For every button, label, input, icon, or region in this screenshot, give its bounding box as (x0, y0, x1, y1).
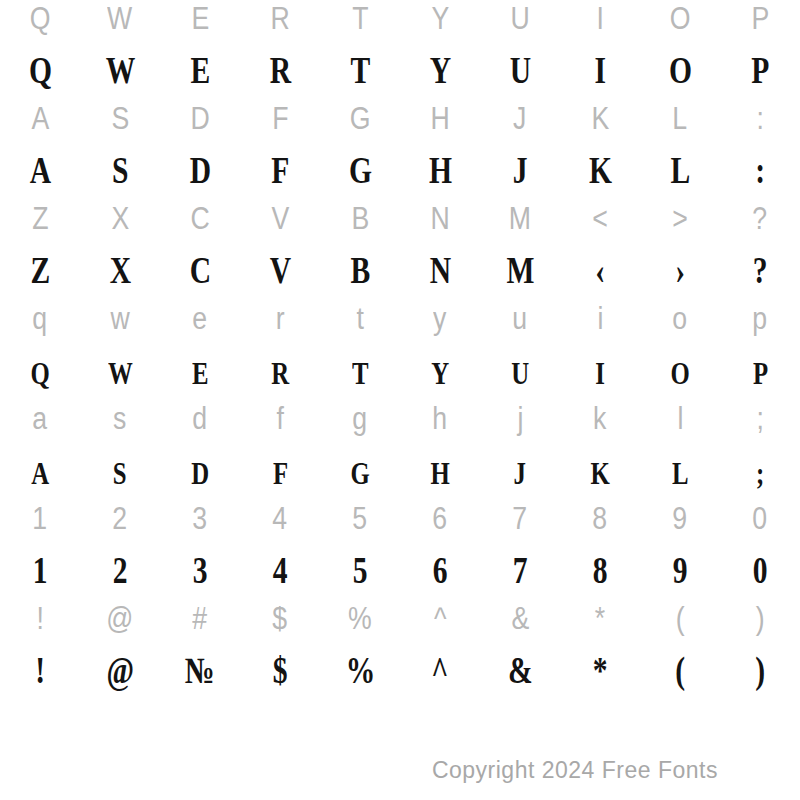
glyph-row-pair-2: ASDFGHJKL:ASDFGHJKL: (0, 100, 800, 200)
specimen-glyph: 9 (640, 540, 720, 600)
specimen-glyph-text: ; (756, 458, 764, 489)
reference-glyph-text: Y (431, 3, 449, 34)
specimen-glyph: 2 (80, 540, 160, 600)
reference-glyph: G (320, 100, 400, 137)
specimen-glyph: S (80, 443, 160, 503)
reference-glyph: s (80, 400, 160, 437)
specimen-glyph-text: % (345, 652, 375, 689)
reference-glyph-text: ) (756, 603, 765, 634)
reference-glyph: P (720, 0, 800, 37)
specimen-glyph: ‹ (560, 240, 640, 300)
reference-glyph-text: @ (106, 603, 133, 634)
reference-glyph-text: r (276, 303, 285, 334)
reference-glyph-text: 0 (753, 503, 768, 534)
glyph-row-pair-6: 12345678901234567890 (0, 500, 800, 600)
reference-glyph-text: 7 (513, 503, 528, 534)
specimen-glyph-text: G (348, 152, 371, 189)
glyph-row-pair-5: asdfghjkl;ASDFGHJKL; (0, 400, 800, 500)
specimen-glyph-text: 7 (513, 552, 528, 589)
reference-glyph-text: 6 (433, 503, 448, 534)
reference-glyph: & (480, 600, 560, 637)
specimen-glyph-text: L (670, 152, 690, 189)
reference-glyph-text: e (193, 303, 208, 334)
reference-glyph-text: H (430, 103, 449, 134)
reference-row: QWERTYUIOP (0, 0, 800, 37)
specimen-glyph: M (480, 240, 560, 300)
specimen-glyph: L (640, 443, 720, 503)
reference-glyph-text: X (111, 203, 129, 234)
reference-glyph: D (160, 100, 240, 137)
reference-glyph-text: l (677, 403, 683, 434)
specimen-glyph: F (240, 140, 320, 200)
reference-glyph: N (400, 200, 480, 237)
reference-glyph-text: j (517, 403, 523, 434)
specimen-glyph: L (640, 140, 720, 200)
reference-glyph: p (720, 300, 800, 337)
reference-glyph: l (640, 400, 720, 437)
specimen-glyph-text: Q (30, 358, 49, 389)
reference-glyph: ? (720, 200, 800, 237)
reference-glyph-text: & (511, 603, 529, 634)
specimen-glyph: R (240, 343, 320, 403)
reference-glyph: w (80, 300, 160, 337)
specimen-glyph: 7 (480, 540, 560, 600)
reference-glyph-text: O (670, 3, 691, 34)
reference-glyph: ; (720, 400, 800, 437)
reference-glyph-text: 9 (673, 503, 688, 534)
reference-glyph: y (400, 300, 480, 337)
reference-glyph-text: ! (36, 603, 43, 634)
specimen-glyph-text: O (668, 52, 691, 89)
specimen-glyph: N (400, 240, 480, 300)
specimen-glyph-text: F (272, 458, 287, 489)
reference-glyph-text: N (430, 203, 449, 234)
reference-glyph: 7 (480, 500, 560, 537)
specimen-glyph-text: : (755, 152, 765, 189)
specimen-glyph: $ (240, 640, 320, 700)
specimen-glyph-text: U (511, 358, 529, 389)
specimen-glyph: F (240, 443, 320, 503)
specimen-glyph-text: H (430, 458, 449, 489)
reference-glyph: * (560, 600, 640, 637)
reference-glyph: 5 (320, 500, 400, 537)
specimen-glyph: P (720, 343, 800, 403)
specimen-glyph: T (320, 343, 400, 403)
reference-glyph: 4 (240, 500, 320, 537)
specimen-glyph: P (720, 40, 800, 100)
specimen-glyph: ^ (400, 640, 480, 700)
specimen-glyph-text: Y (431, 358, 449, 389)
reference-glyph: O (640, 0, 720, 37)
reference-glyph-text: ; (756, 403, 763, 434)
reference-glyph-text: 4 (273, 503, 288, 534)
reference-glyph: i (560, 300, 640, 337)
specimen-glyph-text: ? (753, 252, 768, 289)
specimen-row: QWERTYUIOP (0, 40, 800, 100)
specimen-glyph: E (160, 40, 240, 100)
specimen-glyph-text: F (271, 152, 289, 189)
specimen-glyph: K (560, 443, 640, 503)
reference-glyph: : (720, 100, 800, 137)
glyph-row-pair-7: !@#$%^&*()!@№$%^&*() (0, 600, 800, 700)
reference-glyph: Q (0, 0, 80, 37)
specimen-glyph: & (480, 640, 560, 700)
reference-glyph: h (400, 400, 480, 437)
reference-glyph: < (560, 200, 640, 237)
reference-glyph-text: d (193, 403, 208, 434)
specimen-glyph-text: T (350, 52, 370, 89)
specimen-glyph-text: 9 (673, 552, 688, 589)
specimen-glyph: 4 (240, 540, 320, 600)
copyright-text: Copyright 2024 Free Fonts (432, 757, 718, 784)
reference-row: asdfghjkl; (0, 400, 800, 437)
reference-glyph: r (240, 300, 320, 337)
reference-glyph: g (320, 400, 400, 437)
specimen-glyph-text: * (593, 652, 608, 689)
specimen-glyph-text: & (508, 652, 533, 689)
specimen-glyph-text: A (29, 152, 50, 189)
specimen-glyph-text: X (109, 252, 130, 289)
reference-glyph-text: U (510, 3, 529, 34)
reference-glyph: 9 (640, 500, 720, 537)
reference-glyph-text: ^ (434, 603, 447, 634)
reference-glyph-text: M (509, 203, 531, 234)
specimen-glyph: 1 (0, 540, 80, 600)
reference-glyph: A (0, 100, 80, 137)
specimen-glyph: H (400, 140, 480, 200)
specimen-glyph: G (320, 140, 400, 200)
reference-glyph-text: 2 (113, 503, 128, 534)
specimen-glyph: 8 (560, 540, 640, 600)
specimen-glyph: O (640, 40, 720, 100)
reference-glyph: 6 (400, 500, 480, 537)
specimen-glyph: D (160, 443, 240, 503)
reference-glyph: o (640, 300, 720, 337)
specimen-glyph: * (560, 640, 640, 700)
reference-glyph-text: V (271, 203, 289, 234)
reference-glyph-text: u (513, 303, 528, 334)
specimen-row: !@№$%^&*() (0, 640, 800, 700)
specimen-glyph-text: J (514, 458, 526, 489)
reference-glyph-text: < (592, 203, 608, 234)
reference-glyph: q (0, 300, 80, 337)
specimen-glyph: 0 (720, 540, 800, 600)
reference-glyph: 3 (160, 500, 240, 537)
specimen-glyph: Q (0, 343, 80, 403)
specimen-glyph-text: H (428, 152, 451, 189)
specimen-glyph: № (160, 640, 240, 700)
reference-glyph-text: o (673, 303, 688, 334)
specimen-glyph: › (640, 240, 720, 300)
reference-glyph-text: g (353, 403, 368, 434)
reference-glyph-text: t (356, 303, 363, 334)
reference-glyph: f (240, 400, 320, 437)
reference-glyph-text: F (272, 103, 288, 134)
reference-glyph: u (480, 300, 560, 337)
specimen-glyph: 5 (320, 540, 400, 600)
reference-glyph-text: a (33, 403, 48, 434)
reference-glyph: Y (400, 0, 480, 37)
reference-glyph-text: Z (32, 203, 48, 234)
specimen-glyph-text: $ (273, 652, 288, 689)
specimen-glyph: : (720, 140, 800, 200)
specimen-glyph: ; (720, 443, 800, 503)
specimen-glyph: H (400, 443, 480, 503)
specimen-glyph-text: I (594, 52, 606, 89)
specimen-glyph: G (320, 443, 400, 503)
reference-glyph-text: f (276, 403, 283, 434)
specimen-row: ZXCVBNM‹›? (0, 240, 800, 300)
reference-glyph-text: P (751, 3, 769, 34)
specimen-glyph-text: V (269, 252, 290, 289)
specimen-glyph-text: N (429, 252, 450, 289)
specimen-glyph-text: S (113, 458, 127, 489)
specimen-glyph: T (320, 40, 400, 100)
specimen-glyph-text: A (31, 458, 49, 489)
reference-glyph-text: 3 (193, 503, 208, 534)
specimen-glyph: X (80, 240, 160, 300)
reference-glyph-text: B (351, 203, 369, 234)
reference-glyph: J (480, 100, 560, 137)
reference-glyph-text: 5 (353, 503, 368, 534)
reference-glyph-text: A (31, 103, 49, 134)
specimen-glyph-text: › (675, 252, 685, 289)
specimen-glyph-text: D (191, 458, 209, 489)
specimen-glyph: A (0, 443, 80, 503)
reference-glyph: B (320, 200, 400, 237)
specimen-glyph: K (560, 140, 640, 200)
reference-glyph: ^ (400, 600, 480, 637)
reference-glyph-text: K (591, 103, 609, 134)
reference-glyph: Z (0, 200, 80, 237)
specimen-glyph: C (160, 240, 240, 300)
reference-glyph-text: y (433, 303, 446, 334)
specimen-glyph-text: 4 (273, 552, 288, 589)
reference-glyph: L (640, 100, 720, 137)
specimen-glyph-text: L (672, 458, 689, 489)
reference-glyph: j (480, 400, 560, 437)
specimen-glyph-text: P (751, 52, 769, 89)
reference-row: qwertyuiop (0, 300, 800, 337)
reference-glyph: a (0, 400, 80, 437)
reference-glyph: V (240, 200, 320, 237)
specimen-glyph-text: W (105, 52, 135, 89)
specimen-glyph-text: Z (30, 252, 50, 289)
specimen-glyph: B (320, 240, 400, 300)
specimen-glyph-text: J (513, 152, 528, 189)
specimen-glyph: @ (80, 640, 160, 700)
specimen-glyph-text: R (269, 52, 290, 89)
reference-glyph: > (640, 200, 720, 237)
reference-glyph-text: w (110, 303, 129, 334)
glyph-grid: QWERTYUIOPQWERTYUIOPASDFGHJKL:ASDFGHJKL:… (0, 0, 800, 700)
reference-row: !@#$%^&*() (0, 600, 800, 637)
specimen-glyph: R (240, 40, 320, 100)
reference-glyph: 2 (80, 500, 160, 537)
specimen-glyph: U (480, 40, 560, 100)
specimen-glyph: S (80, 140, 160, 200)
reference-row: ZXCVBNM<>? (0, 200, 800, 237)
reference-glyph: U (480, 0, 560, 37)
specimen-glyph: ) (720, 640, 800, 700)
reference-glyph: R (240, 0, 320, 37)
reference-glyph: S (80, 100, 160, 137)
specimen-glyph-text: ‹ (595, 252, 605, 289)
glyph-row-pair-1: QWERTYUIOPQWERTYUIOP (0, 0, 800, 100)
specimen-glyph-text: 0 (753, 552, 768, 589)
specimen-glyph-text: № (185, 652, 215, 689)
specimen-glyph-text: P (752, 358, 767, 389)
reference-glyph: C (160, 200, 240, 237)
specimen-row: ASDFGHJKL; (0, 443, 800, 503)
specimen-glyph-text: ) (755, 652, 765, 689)
specimen-glyph-text: E (190, 52, 210, 89)
reference-glyph-text: G (350, 103, 371, 134)
reference-glyph-text: p (753, 303, 768, 334)
reference-glyph: d (160, 400, 240, 437)
specimen-glyph: O (640, 343, 720, 403)
specimen-glyph-text: ! (35, 652, 45, 689)
specimen-glyph-text: G (350, 458, 369, 489)
reference-glyph: X (80, 200, 160, 237)
reference-glyph-text: > (672, 203, 688, 234)
specimen-glyph-text: ( (675, 652, 685, 689)
reference-glyph-text: ? (753, 203, 768, 234)
specimen-glyph: D (160, 140, 240, 200)
specimen-glyph-text: T (352, 358, 369, 389)
specimen-glyph-text: W (108, 358, 133, 389)
specimen-glyph-text: U (509, 52, 530, 89)
specimen-glyph-text: 6 (433, 552, 448, 589)
specimen-glyph-text: ^ (431, 652, 448, 689)
specimen-glyph-text: 2 (113, 552, 128, 589)
reference-glyph-text: i (597, 303, 603, 334)
specimen-glyph-text: K (590, 458, 609, 489)
specimen-glyph-text: S (112, 152, 128, 189)
reference-glyph-text: C (190, 203, 209, 234)
specimen-glyph: I (560, 343, 640, 403)
reference-glyph-text: E (191, 3, 209, 34)
reference-glyph: M (480, 200, 560, 237)
specimen-glyph: ( (640, 640, 720, 700)
reference-glyph-text: T (352, 3, 368, 34)
reference-glyph-text: # (193, 603, 208, 634)
reference-glyph-text: I (596, 3, 603, 34)
reference-row: 1234567890 (0, 500, 800, 537)
specimen-glyph-text: 5 (353, 552, 368, 589)
specimen-glyph: Z (0, 240, 80, 300)
reference-glyph: ! (0, 600, 80, 637)
specimen-glyph-text: Q (28, 52, 51, 89)
reference-glyph: W (80, 0, 160, 37)
specimen-glyph: Y (400, 40, 480, 100)
specimen-glyph: W (80, 343, 160, 403)
specimen-row: QWERTYUIOP (0, 343, 800, 403)
reference-glyph: @ (80, 600, 160, 637)
reference-glyph-text: % (348, 603, 372, 634)
glyph-row-pair-4: qwertyuiopQWERTYUIOP (0, 300, 800, 400)
specimen-glyph-text: E (192, 358, 209, 389)
reference-glyph: 1 (0, 500, 80, 537)
specimen-glyph: W (80, 40, 160, 100)
specimen-glyph-text: K (588, 152, 611, 189)
specimen-glyph-text: B (350, 252, 370, 289)
reference-glyph: ) (720, 600, 800, 637)
reference-glyph-text: D (190, 103, 209, 134)
specimen-glyph: 3 (160, 540, 240, 600)
reference-glyph: 8 (560, 500, 640, 537)
specimen-glyph: Q (0, 40, 80, 100)
reference-glyph: T (320, 0, 400, 37)
reference-glyph: t (320, 300, 400, 337)
specimen-glyph: A (0, 140, 80, 200)
reference-glyph-text: s (113, 403, 126, 434)
specimen-row: 1234567890 (0, 540, 800, 600)
specimen-glyph: % (320, 640, 400, 700)
reference-glyph: E (160, 0, 240, 37)
specimen-glyph: ! (0, 640, 80, 700)
reference-glyph: K (560, 100, 640, 137)
reference-glyph: $ (240, 600, 320, 637)
specimen-glyph-text: C (189, 252, 210, 289)
specimen-row: ASDFGHJKL: (0, 140, 800, 200)
specimen-glyph-text: @ (106, 652, 134, 689)
specimen-glyph: J (480, 140, 560, 200)
reference-glyph: # (160, 600, 240, 637)
reference-glyph-text: W (107, 3, 132, 34)
reference-glyph-text: $ (273, 603, 288, 634)
reference-row: ASDFGHJKL: (0, 100, 800, 137)
reference-glyph: ( (640, 600, 720, 637)
reference-glyph-text: J (513, 103, 526, 134)
specimen-glyph-text: Y (429, 52, 450, 89)
specimen-glyph: U (480, 343, 560, 403)
reference-glyph: 0 (720, 500, 800, 537)
reference-glyph: k (560, 400, 640, 437)
reference-glyph-text: q (33, 303, 48, 334)
reference-glyph: e (160, 300, 240, 337)
glyph-row-pair-3: ZXCVBNM<>?ZXCVBNM‹›? (0, 200, 800, 300)
reference-glyph-text: 8 (593, 503, 608, 534)
reference-glyph-text: k (593, 403, 606, 434)
specimen-glyph: E (160, 343, 240, 403)
reference-glyph: I (560, 0, 640, 37)
reference-glyph-text: : (756, 103, 763, 134)
reference-glyph-text: S (111, 103, 129, 134)
reference-glyph: % (320, 600, 400, 637)
reference-glyph-text: R (270, 3, 289, 34)
font-specimen-sheet: QWERTYUIOPQWERTYUIOPASDFGHJKL:ASDFGHJKL:… (0, 0, 800, 800)
specimen-glyph: Y (400, 343, 480, 403)
specimen-glyph-text: D (189, 152, 210, 189)
reference-glyph-text: * (595, 603, 605, 634)
specimen-glyph: I (560, 40, 640, 100)
specimen-glyph-text: R (271, 358, 289, 389)
specimen-glyph-text: I (595, 358, 605, 389)
reference-glyph-text: ( (676, 603, 685, 634)
reference-glyph-text: Q (30, 3, 51, 34)
reference-glyph-text: 1 (33, 503, 48, 534)
reference-glyph-text: L (673, 103, 688, 134)
specimen-glyph-text: O (670, 358, 689, 389)
specimen-glyph-text: M (506, 252, 534, 289)
specimen-glyph-text: 8 (593, 552, 608, 589)
reference-glyph: H (400, 100, 480, 137)
specimen-glyph: J (480, 443, 560, 503)
reference-glyph: F (240, 100, 320, 137)
specimen-glyph: 6 (400, 540, 480, 600)
reference-glyph-text: h (433, 403, 448, 434)
